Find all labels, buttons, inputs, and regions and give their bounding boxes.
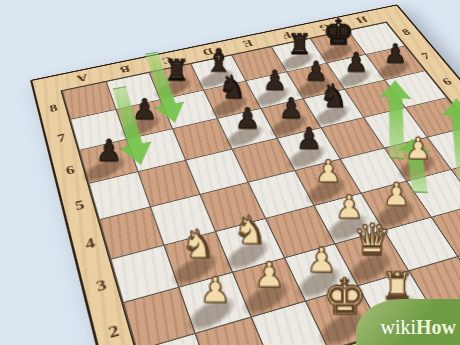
piece-glyph: ♞ <box>181 225 216 264</box>
chess-board: ABCDEFGH8877665544332211 ♜♝♜♚♟♞♟♟♟♟♟♟♟♞♟… <box>30 4 460 345</box>
piece-glyph: ♟ <box>254 257 285 292</box>
piece-glyph: ♟ <box>383 40 407 66</box>
piece-glyph: ♟ <box>199 272 231 307</box>
piece-glyph: ♟ <box>382 178 410 210</box>
piece-glyph: ♟ <box>296 124 323 154</box>
piece-glyph: ♟ <box>132 95 158 123</box>
piece-glyph: ♟ <box>314 156 342 187</box>
perspective-wrapper: ABCDEFGH8877665544332211 ♜♝♜♚♟♞♟♟♟♟♟♟♟♞♟… <box>0 0 460 345</box>
piece-glyph: ♞ <box>233 212 267 250</box>
piece-glyph: ♟ <box>262 67 287 94</box>
wikihow-watermark: wikiHow <box>356 299 460 345</box>
illustration-scene: ABCDEFGH8877665544332211 ♜♝♜♚♟♞♟♟♟♟♟♟♟♞♟… <box>0 0 460 345</box>
piece-glyph: ♚ <box>322 273 366 322</box>
piece-glyph: ♟ <box>344 49 368 76</box>
piece-glyph: ♟ <box>235 104 261 133</box>
watermark-wiki-text: wiki <box>380 316 416 339</box>
piece-glyph: ♟ <box>95 135 122 165</box>
piece-glyph: ♟ <box>405 133 432 163</box>
watermark-how-text: How <box>416 316 456 339</box>
piece-glyph: ♞ <box>218 72 247 104</box>
piece-glyph: ♜ <box>164 56 190 85</box>
piece-glyph: ♟ <box>278 94 304 122</box>
piece-glyph: ♛ <box>353 219 392 263</box>
piece-glyph: ♞ <box>319 80 348 112</box>
